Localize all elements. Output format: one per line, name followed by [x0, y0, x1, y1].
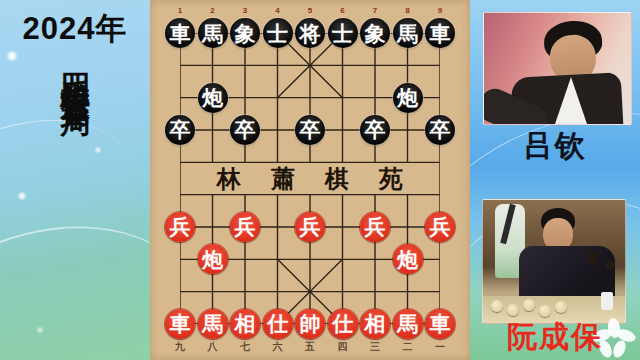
photo-background-person: [587, 252, 599, 264]
river-watermark-text: 林 蕭 棋 苑: [180, 163, 440, 194]
photo-xiangqi-piece: [523, 299, 535, 311]
piece-black-卒-r3c4[interactable]: 卒: [295, 115, 325, 145]
photo-xiangqi-piece: [539, 305, 551, 317]
piece-black-卒-r3c0[interactable]: 卒: [165, 115, 195, 145]
event-year-text: 2024年: [0, 8, 150, 50]
piece-black-象-r0c6[interactable]: 象: [360, 18, 390, 48]
file-label-top-7: 7: [373, 6, 377, 15]
player-name-top: 吕钦: [470, 126, 640, 167]
event-title-vertical-text: 四番棋大赛第一局: [60, 50, 90, 90]
piece-red-車-r9c8[interactable]: 車: [425, 309, 455, 339]
piece-red-馬-r9c7[interactable]: 馬: [393, 309, 423, 339]
file-label-bottom-八: 八: [208, 340, 218, 354]
photo-background-person: [605, 260, 615, 270]
piece-black-士-r0c5[interactable]: 士: [328, 18, 358, 48]
piece-red-相-r9c2[interactable]: 相: [230, 309, 260, 339]
file-label-top-8: 8: [405, 6, 409, 15]
piece-red-兵-r6c8[interactable]: 兵: [425, 212, 455, 242]
file-label-bottom-七: 七: [240, 340, 250, 354]
piece-black-卒-r3c8[interactable]: 卒: [425, 115, 455, 145]
left-caption-panel: 2024年 四番棋大赛第一局: [0, 0, 150, 360]
photo-cup: [601, 292, 613, 310]
piece-black-士-r0c3[interactable]: 士: [263, 18, 293, 48]
player-photo-bottom: [482, 199, 626, 324]
file-label-top-6: 6: [340, 6, 344, 15]
piece-red-車-r9c0[interactable]: 車: [165, 309, 195, 339]
player-name-bottom: 阮成保: [470, 317, 640, 358]
file-label-top-9: 9: [438, 6, 442, 15]
piece-black-将-r0c4[interactable]: 将: [295, 18, 325, 48]
piece-black-象-r0c2[interactable]: 象: [230, 18, 260, 48]
video-frame: 2024年 四番棋大赛第一局 林 蕭 棋 苑 123456789 九八七六五四三…: [0, 0, 640, 360]
player-photo-top: [483, 12, 632, 125]
piece-black-炮-r2c1[interactable]: 炮: [198, 83, 228, 113]
photo-xiangqi-piece: [507, 304, 519, 316]
piece-red-兵-r6c6[interactable]: 兵: [360, 212, 390, 242]
file-label-bottom-四: 四: [338, 340, 348, 354]
xiangqi-board: 林 蕭 棋 苑 123456789 九八七六五四三二一 車馬象士将士象馬車炮炮卒…: [150, 0, 470, 360]
piece-red-炮-r7c7[interactable]: 炮: [393, 244, 423, 274]
photo-xiangqi-piece: [555, 301, 567, 313]
piece-red-仕-r9c3[interactable]: 仕: [263, 309, 293, 339]
file-label-bottom-一: 一: [435, 340, 445, 354]
file-label-top-4: 4: [275, 6, 279, 15]
piece-red-仕-r9c5[interactable]: 仕: [328, 309, 358, 339]
file-label-bottom-五: 五: [305, 340, 315, 354]
piece-red-帥-r9c4[interactable]: 帥: [295, 309, 325, 339]
piece-black-馬-r0c1[interactable]: 馬: [198, 18, 228, 48]
file-label-top-1: 1: [178, 6, 182, 15]
right-players-panel: 吕钦 阮成保: [470, 0, 640, 360]
file-label-bottom-三: 三: [370, 340, 380, 354]
piece-red-馬-r9c1[interactable]: 馬: [198, 309, 228, 339]
piece-black-車-r0c8[interactable]: 車: [425, 18, 455, 48]
photo-xiangqi-piece: [491, 300, 503, 312]
piece-black-馬-r0c7[interactable]: 馬: [393, 18, 423, 48]
piece-black-卒-r3c2[interactable]: 卒: [230, 115, 260, 145]
piece-red-炮-r7c1[interactable]: 炮: [198, 244, 228, 274]
file-label-bottom-二: 二: [403, 340, 413, 354]
piece-black-車-r0c0[interactable]: 車: [165, 18, 195, 48]
piece-black-炮-r2c7[interactable]: 炮: [393, 83, 423, 113]
piece-red-兵-r6c4[interactable]: 兵: [295, 212, 325, 242]
file-label-bottom-九: 九: [175, 340, 185, 354]
file-label-top-3: 3: [243, 6, 247, 15]
file-label-top-5: 5: [308, 6, 312, 15]
piece-red-兵-r6c0[interactable]: 兵: [165, 212, 195, 242]
file-label-top-2: 2: [210, 6, 214, 15]
file-label-bottom-六: 六: [273, 340, 283, 354]
piece-red-相-r9c6[interactable]: 相: [360, 309, 390, 339]
piece-black-卒-r3c6[interactable]: 卒: [360, 115, 390, 145]
piece-red-兵-r6c2[interactable]: 兵: [230, 212, 260, 242]
